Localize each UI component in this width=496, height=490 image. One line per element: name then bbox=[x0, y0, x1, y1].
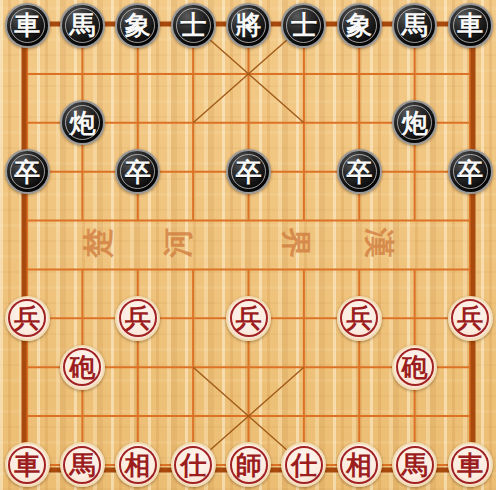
piece-glyph: 士 bbox=[180, 12, 206, 38]
piece-glyph: 炮 bbox=[402, 110, 428, 136]
piece-glyph: 象 bbox=[125, 12, 151, 38]
piece-glyph: 象 bbox=[346, 12, 372, 38]
piece-glyph: 兵 bbox=[14, 305, 40, 331]
piece-red-soldier[interactable]: 兵 bbox=[337, 296, 382, 341]
piece-red-advisor[interactable]: 仕 bbox=[171, 442, 216, 487]
piece-black-horse[interactable]: 馬 bbox=[392, 3, 437, 48]
piece-glyph: 仕 bbox=[291, 452, 317, 478]
board-grid-lines bbox=[0, 0, 496, 490]
piece-glyph: 卒 bbox=[346, 159, 372, 185]
piece-black-soldier[interactable]: 卒 bbox=[337, 149, 382, 194]
piece-red-soldier[interactable]: 兵 bbox=[5, 296, 50, 341]
piece-glyph: 馬 bbox=[69, 12, 95, 38]
piece-glyph: 兵 bbox=[457, 305, 483, 331]
piece-black-soldier[interactable]: 卒 bbox=[226, 149, 271, 194]
piece-red-soldier[interactable]: 兵 bbox=[448, 296, 493, 341]
river-character: 楚 bbox=[78, 228, 119, 258]
piece-glyph: 卒 bbox=[14, 159, 40, 185]
piece-glyph: 車 bbox=[14, 12, 40, 38]
piece-glyph: 卒 bbox=[125, 159, 151, 185]
piece-black-horse[interactable]: 馬 bbox=[60, 3, 105, 48]
river-character: 河 bbox=[158, 228, 199, 258]
river-character: 界 bbox=[275, 228, 316, 258]
piece-black-advisor[interactable]: 士 bbox=[171, 3, 216, 48]
piece-glyph: 卒 bbox=[236, 159, 262, 185]
piece-glyph: 卒 bbox=[457, 159, 483, 185]
piece-glyph: 兵 bbox=[236, 305, 262, 331]
piece-glyph: 馬 bbox=[402, 12, 428, 38]
piece-glyph: 師 bbox=[236, 452, 262, 478]
piece-black-soldier[interactable]: 卒 bbox=[5, 149, 50, 194]
piece-black-elephant[interactable]: 象 bbox=[115, 3, 160, 48]
piece-red-soldier[interactable]: 兵 bbox=[115, 296, 160, 341]
piece-black-advisor[interactable]: 士 bbox=[281, 3, 326, 48]
piece-black-chariot[interactable]: 車 bbox=[448, 3, 493, 48]
piece-glyph: 車 bbox=[14, 452, 40, 478]
piece-glyph: 砲 bbox=[69, 354, 95, 380]
piece-red-soldier[interactable]: 兵 bbox=[226, 296, 271, 341]
piece-glyph: 車 bbox=[457, 452, 483, 478]
piece-glyph: 馬 bbox=[402, 452, 428, 478]
piece-red-elephant[interactable]: 相 bbox=[337, 442, 382, 487]
piece-black-cannon[interactable]: 炮 bbox=[60, 100, 105, 145]
piece-glyph: 馬 bbox=[69, 452, 95, 478]
piece-red-cannon[interactable]: 砲 bbox=[392, 345, 437, 390]
xiangqi-board[interactable]: 楚河界漢 車馬象士將士象馬車炮炮卒卒卒卒卒兵兵兵兵兵砲砲車馬相仕師仕相馬車 bbox=[0, 0, 496, 490]
piece-glyph: 士 bbox=[291, 12, 317, 38]
piece-red-chariot[interactable]: 車 bbox=[448, 442, 493, 487]
piece-red-chariot[interactable]: 車 bbox=[5, 442, 50, 487]
piece-black-soldier[interactable]: 卒 bbox=[448, 149, 493, 194]
piece-glyph: 將 bbox=[236, 12, 262, 38]
piece-glyph: 相 bbox=[125, 452, 151, 478]
piece-red-cannon[interactable]: 砲 bbox=[60, 345, 105, 390]
piece-glyph: 相 bbox=[346, 452, 372, 478]
piece-glyph: 炮 bbox=[69, 110, 95, 136]
piece-glyph: 兵 bbox=[346, 305, 372, 331]
river-character: 漢 bbox=[358, 228, 399, 258]
piece-black-elephant[interactable]: 象 bbox=[337, 3, 382, 48]
piece-glyph: 車 bbox=[457, 12, 483, 38]
piece-glyph: 兵 bbox=[125, 305, 151, 331]
piece-black-chariot[interactable]: 車 bbox=[5, 3, 50, 48]
piece-black-general[interactable]: 將 bbox=[226, 3, 271, 48]
piece-glyph: 砲 bbox=[402, 354, 428, 380]
piece-glyph: 仕 bbox=[180, 452, 206, 478]
